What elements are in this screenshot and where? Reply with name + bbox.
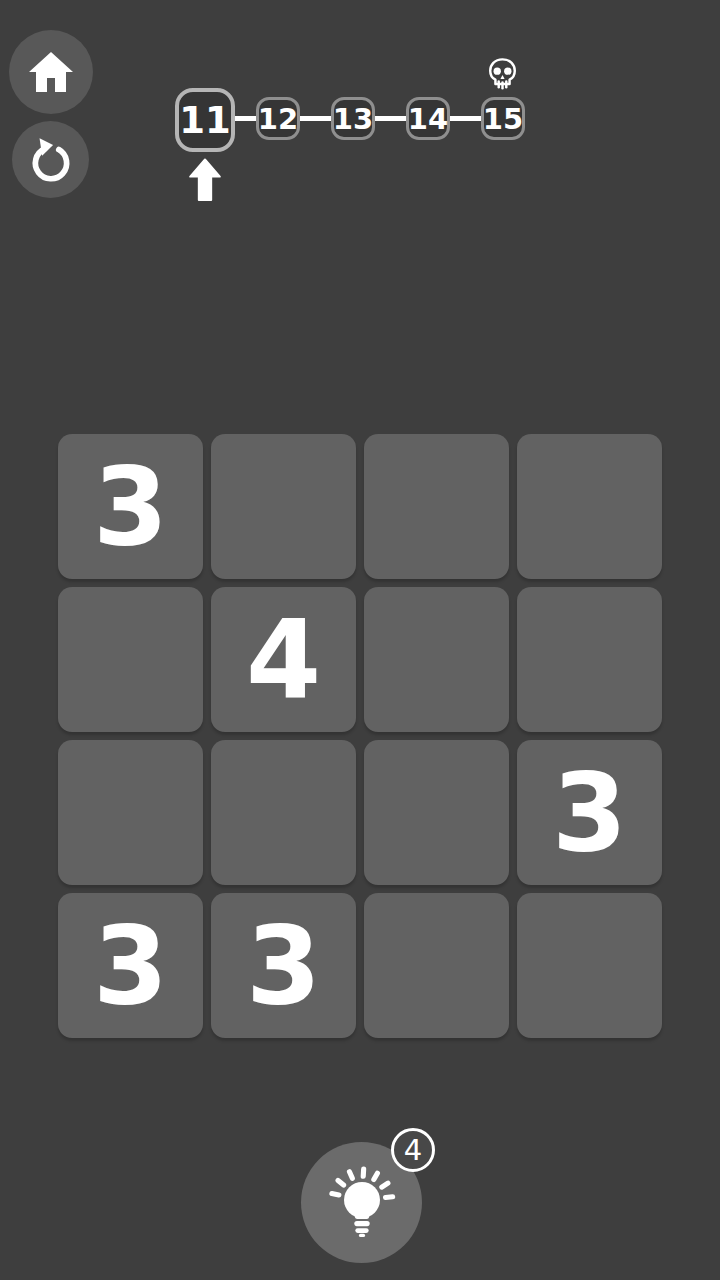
grid-cell[interactable] [364,587,509,732]
restart-icon [26,135,76,185]
grid-cell[interactable] [517,587,662,732]
grid-cell[interactable] [364,893,509,1038]
level-box: 15 [481,97,525,140]
grid-cell[interactable]: 3 [58,434,203,579]
grid-cell[interactable] [364,434,509,579]
level-connector [447,116,484,121]
level-box: 12 [256,97,300,140]
puzzle-grid: 3 4 3 3 3 [58,434,662,1038]
grid-cell[interactable]: 4 [211,587,356,732]
hint-count-badge: 4 [391,1128,435,1172]
grid-cell[interactable]: 3 [211,893,356,1038]
skull-icon [486,57,519,91]
level-connector [231,116,259,121]
current-level-arrow-icon [188,158,222,202]
level-connector [372,116,409,121]
home-button[interactable] [9,30,93,114]
grid-cell[interactable]: 3 [58,893,203,1038]
grid-cell[interactable] [517,434,662,579]
level-connector [297,116,334,121]
grid-cell[interactable]: 3 [517,740,662,885]
level-box-current: 11 [175,88,235,152]
level-box: 14 [406,97,450,140]
grid-cell[interactable] [364,740,509,885]
grid-cell[interactable] [211,434,356,579]
grid-cell[interactable] [58,587,203,732]
grid-cell[interactable] [58,740,203,885]
level-map: 11 12 13 14 15 [175,88,540,228]
restart-button[interactable] [12,121,89,198]
home-icon [27,48,75,96]
level-box: 13 [331,97,375,140]
grid-cell[interactable] [211,740,356,885]
lightbulb-icon [325,1166,399,1240]
grid-cell[interactable] [517,893,662,1038]
